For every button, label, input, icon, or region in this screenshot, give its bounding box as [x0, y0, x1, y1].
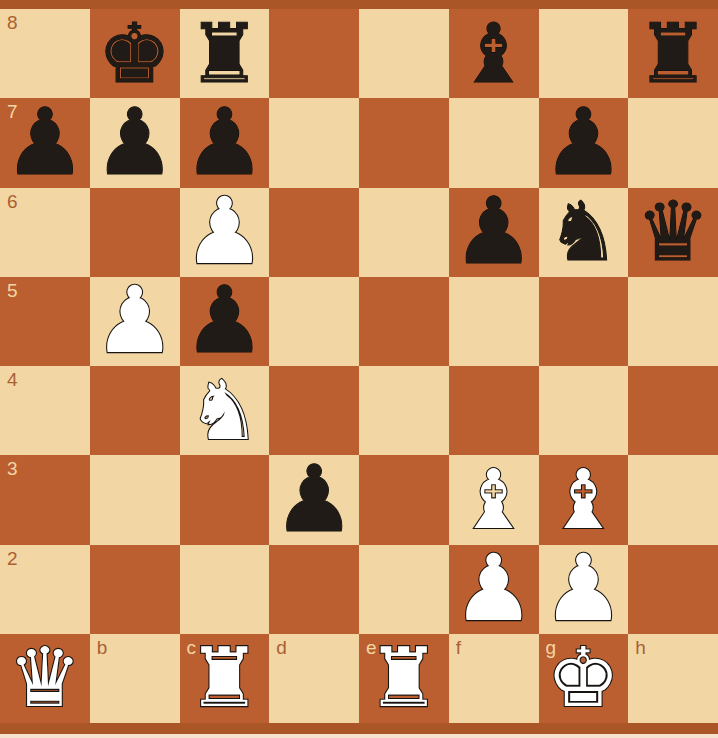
- square-g8[interactable]: [539, 9, 629, 98]
- piece-white-rook[interactable]: ♜: [359, 634, 449, 723]
- piece-black-pawn[interactable]: ♟: [539, 98, 629, 187]
- square-d4[interactable]: [269, 366, 359, 455]
- square-b5[interactable]: ♟: [90, 277, 180, 366]
- square-g1[interactable]: g♚: [539, 634, 629, 723]
- chess-board[interactable]: 8♚♜♝♜7♟♟♟♟6♟♟♞♛5♟♟4♞3♟♝♝2♟♟♛bc♜de♜fg♚h: [0, 9, 718, 723]
- square-c3[interactable]: [180, 455, 270, 544]
- square-e1[interactable]: e♜: [359, 634, 449, 723]
- square-d5[interactable]: [269, 277, 359, 366]
- coord-label-8: 8: [7, 12, 18, 35]
- coord-label-d: d: [276, 637, 287, 660]
- square-e4[interactable]: [359, 366, 449, 455]
- square-c8[interactable]: ♜: [180, 9, 270, 98]
- square-c5[interactable]: ♟: [180, 277, 270, 366]
- coord-label-4: 4: [7, 369, 18, 392]
- square-b1[interactable]: b: [90, 634, 180, 723]
- piece-black-pawn[interactable]: ♟: [449, 188, 539, 277]
- square-f8[interactable]: ♝: [449, 9, 539, 98]
- piece-white-pawn[interactable]: ♟: [539, 545, 629, 634]
- piece-white-pawn[interactable]: ♟: [449, 545, 539, 634]
- square-c1[interactable]: c♜: [180, 634, 270, 723]
- square-c6[interactable]: ♟: [180, 188, 270, 277]
- coord-label-b: b: [97, 637, 108, 660]
- piece-black-rook[interactable]: ♜: [628, 9, 718, 98]
- piece-white-rook[interactable]: ♜: [180, 634, 270, 723]
- square-f6[interactable]: ♟: [449, 188, 539, 277]
- square-d1[interactable]: d: [269, 634, 359, 723]
- piece-black-king[interactable]: ♚: [90, 9, 180, 98]
- square-a4[interactable]: 4: [0, 366, 90, 455]
- square-a6[interactable]: 6: [0, 188, 90, 277]
- square-f5[interactable]: [449, 277, 539, 366]
- square-d3[interactable]: ♟: [269, 455, 359, 544]
- piece-white-bishop[interactable]: ♝: [449, 455, 539, 544]
- square-b8[interactable]: ♚: [90, 9, 180, 98]
- square-a3[interactable]: 3: [0, 455, 90, 544]
- square-a8[interactable]: 8: [0, 9, 90, 98]
- coord-label-6: 6: [7, 191, 18, 214]
- square-f7[interactable]: [449, 98, 539, 187]
- piece-white-bishop[interactable]: ♝: [539, 455, 629, 544]
- square-e7[interactable]: [359, 98, 449, 187]
- square-h3[interactable]: [628, 455, 718, 544]
- square-d8[interactable]: [269, 9, 359, 98]
- coord-label-h: h: [635, 637, 646, 660]
- panel-top-edge: [0, 734, 718, 738]
- coord-label-5: 5: [7, 280, 18, 303]
- square-d7[interactable]: [269, 98, 359, 187]
- app-background: 8♚♜♝♜7♟♟♟♟6♟♟♞♛5♟♟4♞3♟♝♝2♟♟♛bc♜de♜fg♚h: [0, 0, 718, 738]
- square-h4[interactable]: [628, 366, 718, 455]
- square-f4[interactable]: [449, 366, 539, 455]
- square-h7[interactable]: [628, 98, 718, 187]
- square-b4[interactable]: [90, 366, 180, 455]
- square-a7[interactable]: 7♟: [0, 98, 90, 187]
- square-h8[interactable]: ♜: [628, 9, 718, 98]
- piece-black-pawn[interactable]: ♟: [90, 98, 180, 187]
- square-b6[interactable]: [90, 188, 180, 277]
- square-d6[interactable]: [269, 188, 359, 277]
- square-e6[interactable]: [359, 188, 449, 277]
- square-g3[interactable]: ♝: [539, 455, 629, 544]
- square-f1[interactable]: f: [449, 634, 539, 723]
- square-e3[interactable]: [359, 455, 449, 544]
- square-d2[interactable]: [269, 545, 359, 634]
- square-g7[interactable]: ♟: [539, 98, 629, 187]
- square-a5[interactable]: 5: [0, 277, 90, 366]
- coord-label-3: 3: [7, 458, 18, 481]
- piece-white-pawn[interactable]: ♟: [180, 188, 270, 277]
- piece-black-pawn[interactable]: ♟: [180, 98, 270, 187]
- piece-black-queen[interactable]: ♛: [628, 188, 718, 277]
- piece-black-pawn[interactable]: ♟: [0, 98, 90, 187]
- piece-white-knight[interactable]: ♞: [180, 366, 270, 455]
- coord-label-f: f: [456, 637, 461, 660]
- piece-black-pawn[interactable]: ♟: [269, 455, 359, 544]
- square-g5[interactable]: [539, 277, 629, 366]
- square-e8[interactable]: [359, 9, 449, 98]
- square-a2[interactable]: 2: [0, 545, 90, 634]
- square-a1[interactable]: ♛: [0, 634, 90, 723]
- square-g2[interactable]: ♟: [539, 545, 629, 634]
- square-e2[interactable]: [359, 545, 449, 634]
- piece-white-pawn[interactable]: ♟: [90, 277, 180, 366]
- square-b2[interactable]: [90, 545, 180, 634]
- square-c2[interactable]: [180, 545, 270, 634]
- square-c4[interactable]: ♞: [180, 366, 270, 455]
- piece-white-queen[interactable]: ♛: [0, 634, 90, 723]
- square-h1[interactable]: h: [628, 634, 718, 723]
- square-b7[interactable]: ♟: [90, 98, 180, 187]
- square-h6[interactable]: ♛: [628, 188, 718, 277]
- square-c7[interactable]: ♟: [180, 98, 270, 187]
- square-g4[interactable]: [539, 366, 629, 455]
- piece-black-rook[interactable]: ♜: [180, 9, 270, 98]
- square-f3[interactable]: ♝: [449, 455, 539, 544]
- piece-black-bishop[interactable]: ♝: [449, 9, 539, 98]
- square-h2[interactable]: [628, 545, 718, 634]
- square-b3[interactable]: [90, 455, 180, 544]
- square-e5[interactable]: [359, 277, 449, 366]
- piece-black-knight[interactable]: ♞: [539, 188, 629, 277]
- square-f2[interactable]: ♟: [449, 545, 539, 634]
- coord-label-2: 2: [7, 548, 18, 571]
- piece-black-pawn[interactable]: ♟: [180, 277, 270, 366]
- bottom-gap: [0, 723, 718, 734]
- square-h5[interactable]: [628, 277, 718, 366]
- piece-white-king[interactable]: ♚: [539, 634, 629, 723]
- square-g6[interactable]: ♞: [539, 188, 629, 277]
